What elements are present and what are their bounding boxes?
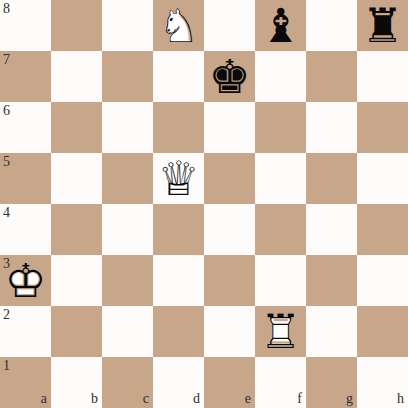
square-c7[interactable] <box>102 51 153 102</box>
rank-label-1: 1 <box>3 359 10 373</box>
square-g1[interactable]: g <box>306 357 357 408</box>
square-g6[interactable] <box>306 102 357 153</box>
rank-label-6: 6 <box>3 104 10 118</box>
square-e2[interactable] <box>204 306 255 357</box>
square-f4[interactable] <box>255 204 306 255</box>
square-e7[interactable]: ♚ <box>204 51 255 102</box>
rank-label-2: 2 <box>3 308 10 322</box>
square-c2[interactable] <box>102 306 153 357</box>
file-label-a: a <box>41 392 47 406</box>
square-g5[interactable] <box>306 153 357 204</box>
square-g2[interactable] <box>306 306 357 357</box>
square-f5[interactable] <box>255 153 306 204</box>
white-rook-fill: ♜ <box>255 306 306 357</box>
square-a3[interactable]: 3♚♔ <box>0 255 51 306</box>
square-a6[interactable]: 6 <box>0 102 51 153</box>
file-label-h: h <box>397 392 404 406</box>
file-label-c: c <box>143 392 149 406</box>
square-d5[interactable]: ♛♕ <box>153 153 204 204</box>
white-king-fill: ♚ <box>0 255 51 306</box>
square-c6[interactable] <box>102 102 153 153</box>
square-g3[interactable] <box>306 255 357 306</box>
white-king-outline: ♔ <box>0 255 51 306</box>
square-h7[interactable] <box>357 51 408 102</box>
square-b2[interactable] <box>51 306 102 357</box>
square-h4[interactable] <box>357 204 408 255</box>
white-king-icon[interactable]: ♚♔ <box>0 255 51 306</box>
square-h3[interactable] <box>357 255 408 306</box>
square-e1[interactable]: e <box>204 357 255 408</box>
file-label-d: d <box>193 392 200 406</box>
black-king-icon[interactable]: ♚ <box>204 51 255 102</box>
square-d4[interactable] <box>153 204 204 255</box>
square-h2[interactable] <box>357 306 408 357</box>
black-rook-icon[interactable]: ♜ <box>357 0 408 51</box>
square-g8[interactable] <box>306 0 357 51</box>
square-f7[interactable] <box>255 51 306 102</box>
square-d7[interactable] <box>153 51 204 102</box>
chess-board: 8♞♘♝♜7♚65♛♕43♚♔2♜♖1abcdefgh <box>0 0 408 408</box>
square-a8[interactable]: 8 <box>0 0 51 51</box>
square-g7[interactable] <box>306 51 357 102</box>
black-bishop-glyph: ♝ <box>255 0 306 51</box>
rank-label-7: 7 <box>3 53 10 67</box>
square-f8[interactable]: ♝ <box>255 0 306 51</box>
file-label-g: g <box>346 392 353 406</box>
square-d6[interactable] <box>153 102 204 153</box>
white-queen-fill: ♛ <box>153 153 204 204</box>
square-f3[interactable] <box>255 255 306 306</box>
black-rook-glyph: ♜ <box>357 0 408 51</box>
square-d2[interactable] <box>153 306 204 357</box>
square-h5[interactable] <box>357 153 408 204</box>
white-queen-icon[interactable]: ♛♕ <box>153 153 204 204</box>
file-label-b: b <box>91 392 98 406</box>
rank-label-5: 5 <box>3 155 10 169</box>
square-b6[interactable] <box>51 102 102 153</box>
square-e8[interactable] <box>204 0 255 51</box>
file-label-e: e <box>245 392 251 406</box>
black-king-glyph: ♚ <box>204 51 255 102</box>
square-a4[interactable]: 4 <box>0 204 51 255</box>
square-d1[interactable]: d <box>153 357 204 408</box>
square-c4[interactable] <box>102 204 153 255</box>
white-knight-icon[interactable]: ♞♘ <box>153 0 204 51</box>
square-f1[interactable]: f <box>255 357 306 408</box>
square-c8[interactable] <box>102 0 153 51</box>
square-a2[interactable]: 2 <box>0 306 51 357</box>
square-c1[interactable]: c <box>102 357 153 408</box>
square-b4[interactable] <box>51 204 102 255</box>
square-b1[interactable]: b <box>51 357 102 408</box>
square-h8[interactable]: ♜ <box>357 0 408 51</box>
white-queen-outline: ♕ <box>153 153 204 204</box>
white-rook-outline: ♖ <box>255 306 306 357</box>
square-d3[interactable] <box>153 255 204 306</box>
square-e3[interactable] <box>204 255 255 306</box>
rank-label-4: 4 <box>3 206 10 220</box>
square-c3[interactable] <box>102 255 153 306</box>
square-a7[interactable]: 7 <box>0 51 51 102</box>
square-g4[interactable] <box>306 204 357 255</box>
rank-label-8: 8 <box>3 2 10 16</box>
white-knight-outline: ♘ <box>153 0 204 51</box>
white-knight-fill: ♞ <box>153 0 204 51</box>
square-c5[interactable] <box>102 153 153 204</box>
square-b5[interactable] <box>51 153 102 204</box>
square-h1[interactable]: h <box>357 357 408 408</box>
square-b7[interactable] <box>51 51 102 102</box>
square-e6[interactable] <box>204 102 255 153</box>
file-label-f: f <box>297 392 302 406</box>
square-d8[interactable]: ♞♘ <box>153 0 204 51</box>
square-h6[interactable] <box>357 102 408 153</box>
square-a5[interactable]: 5 <box>0 153 51 204</box>
square-b3[interactable] <box>51 255 102 306</box>
square-a1[interactable]: 1a <box>0 357 51 408</box>
black-bishop-icon[interactable]: ♝ <box>255 0 306 51</box>
white-rook-icon[interactable]: ♜♖ <box>255 306 306 357</box>
square-e5[interactable] <box>204 153 255 204</box>
square-e4[interactable] <box>204 204 255 255</box>
square-b8[interactable] <box>51 0 102 51</box>
square-f2[interactable]: ♜♖ <box>255 306 306 357</box>
square-f6[interactable] <box>255 102 306 153</box>
